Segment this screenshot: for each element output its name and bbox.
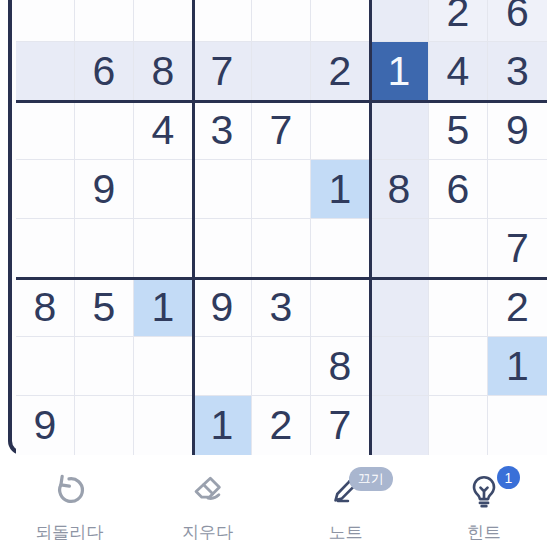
cell-r5c2[interactable]: 9 bbox=[75, 160, 134, 219]
cell-r9c9[interactable] bbox=[488, 396, 547, 455]
note-label: 노트 bbox=[329, 521, 363, 544]
box-border-horizontal-1 bbox=[16, 100, 547, 103]
pencil-icon: 끄기 bbox=[323, 470, 369, 512]
cell-r7c3[interactable]: 1 bbox=[134, 278, 193, 337]
cell-r8c1[interactable] bbox=[16, 337, 75, 396]
cell-r2c7[interactable] bbox=[370, 0, 429, 42]
cell-r9c8[interactable] bbox=[429, 396, 488, 455]
cell-r6c8[interactable] bbox=[429, 219, 488, 278]
cell-r7c6[interactable] bbox=[311, 278, 370, 337]
cell-r3c9[interactable]: 3 bbox=[488, 42, 547, 101]
note-off-badge: 끄기 bbox=[349, 467, 393, 491]
cell-r8c4[interactable] bbox=[193, 337, 252, 396]
cell-r6c2[interactable] bbox=[75, 219, 134, 278]
hint-button[interactable]: 1 힌트 bbox=[415, 464, 553, 544]
cell-r3c4[interactable]: 7 bbox=[193, 42, 252, 101]
cell-r6c1[interactable] bbox=[16, 219, 75, 278]
cell-r9c7[interactable] bbox=[370, 396, 429, 455]
cell-r8c3[interactable] bbox=[134, 337, 193, 396]
undo-label: 되돌리다 bbox=[35, 521, 103, 544]
cell-r3c3[interactable]: 8 bbox=[134, 42, 193, 101]
cell-r3c8[interactable]: 4 bbox=[429, 42, 488, 101]
cell-r2c1[interactable] bbox=[16, 0, 75, 42]
erase-label: 지우다 bbox=[182, 521, 233, 544]
cell-r2c5[interactable] bbox=[252, 0, 311, 42]
cell-r4c3[interactable]: 4 bbox=[134, 101, 193, 160]
cell-r5c9[interactable] bbox=[488, 160, 547, 219]
cell-r3c7[interactable]: 1 bbox=[370, 42, 429, 101]
cell-r9c5[interactable]: 2 bbox=[252, 396, 311, 455]
cell-r8c7[interactable] bbox=[370, 337, 429, 396]
eraser-icon bbox=[184, 470, 230, 512]
cell-r9c2[interactable] bbox=[75, 396, 134, 455]
cell-r4c7[interactable] bbox=[370, 101, 429, 160]
cell-r4c5[interactable]: 7 bbox=[252, 101, 311, 160]
cell-r4c1[interactable] bbox=[16, 101, 75, 160]
cell-r4c6[interactable] bbox=[311, 101, 370, 160]
sudoku-screen: 2668721434375991867851932819127 되돌리다 bbox=[0, 0, 553, 553]
cell-r7c2[interactable]: 5 bbox=[75, 278, 134, 337]
cell-r2c8[interactable]: 2 bbox=[429, 0, 488, 42]
cell-r8c2[interactable] bbox=[75, 337, 134, 396]
cell-r7c9[interactable]: 2 bbox=[488, 278, 547, 337]
cell-r3c2[interactable]: 6 bbox=[75, 42, 134, 101]
cell-r7c1[interactable]: 8 bbox=[16, 278, 75, 337]
undo-icon bbox=[46, 470, 92, 512]
cell-r3c5[interactable] bbox=[252, 42, 311, 101]
cell-r2c9[interactable]: 6 bbox=[488, 0, 547, 42]
box-border-vertical-1 bbox=[192, 0, 195, 455]
cell-r4c9[interactable]: 9 bbox=[488, 101, 547, 160]
cell-r6c5[interactable] bbox=[252, 219, 311, 278]
cell-r2c6[interactable] bbox=[311, 0, 370, 42]
box-border-vertical-2 bbox=[369, 0, 372, 455]
cell-r7c5[interactable]: 3 bbox=[252, 278, 311, 337]
cell-r4c4[interactable]: 3 bbox=[193, 101, 252, 160]
cell-r8c8[interactable] bbox=[429, 337, 488, 396]
cell-r9c6[interactable]: 7 bbox=[311, 396, 370, 455]
cell-r5c5[interactable] bbox=[252, 160, 311, 219]
hint-label: 힌트 bbox=[467, 521, 501, 544]
cell-r3c6[interactable]: 2 bbox=[311, 42, 370, 101]
cell-r6c7[interactable] bbox=[370, 219, 429, 278]
cell-grid: 2668721434375991867851932819127 bbox=[16, 0, 547, 455]
cell-r8c5[interactable] bbox=[252, 337, 311, 396]
erase-button[interactable]: 지우다 bbox=[138, 464, 276, 544]
cell-r3c1[interactable] bbox=[16, 42, 75, 101]
cell-r9c1[interactable]: 9 bbox=[16, 396, 75, 455]
cell-r6c4[interactable] bbox=[193, 219, 252, 278]
cell-r2c2[interactable] bbox=[75, 0, 134, 42]
sudoku-grid: 2668721434375991867851932819127 bbox=[8, 0, 547, 455]
cell-r6c3[interactable] bbox=[134, 219, 193, 278]
cell-r2c4[interactable] bbox=[193, 0, 252, 42]
cell-r7c4[interactable]: 9 bbox=[193, 278, 252, 337]
toolbar: 되돌리다 지우다 끄기 노트 bbox=[0, 464, 553, 553]
note-button[interactable]: 끄기 노트 bbox=[277, 464, 415, 544]
cell-r5c6[interactable]: 1 bbox=[311, 160, 370, 219]
cell-r5c3[interactable] bbox=[134, 160, 193, 219]
cell-r2c3[interactable] bbox=[134, 0, 193, 42]
cell-r7c7[interactable] bbox=[370, 278, 429, 337]
box-border-horizontal-2 bbox=[16, 277, 547, 280]
cell-r4c2[interactable] bbox=[75, 101, 134, 160]
cell-r9c3[interactable] bbox=[134, 396, 193, 455]
cell-r8c6[interactable]: 8 bbox=[311, 337, 370, 396]
hint-count-badge: 1 bbox=[497, 466, 520, 489]
cell-r5c7[interactable]: 8 bbox=[370, 160, 429, 219]
cell-r4c8[interactable]: 5 bbox=[429, 101, 488, 160]
cell-r6c9[interactable]: 7 bbox=[488, 219, 547, 278]
cell-r5c8[interactable]: 6 bbox=[429, 160, 488, 219]
lightbulb-icon: 1 bbox=[461, 470, 507, 512]
cell-r8c9[interactable]: 1 bbox=[488, 337, 547, 396]
cell-r5c1[interactable] bbox=[16, 160, 75, 219]
cell-r5c4[interactable] bbox=[193, 160, 252, 219]
sudoku-board: 2668721434375991867851932819127 bbox=[8, 0, 547, 456]
undo-button[interactable]: 되돌리다 bbox=[0, 464, 138, 544]
cell-r7c8[interactable] bbox=[429, 278, 488, 337]
cell-r6c6[interactable] bbox=[311, 219, 370, 278]
cell-r9c4[interactable]: 1 bbox=[193, 396, 252, 455]
